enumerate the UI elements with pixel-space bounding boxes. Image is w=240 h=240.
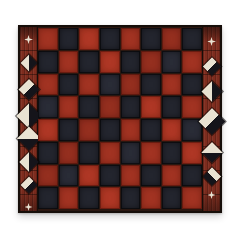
square-h3 (182, 142, 202, 164)
diamond-motif (198, 108, 225, 135)
square-f4 (141, 119, 161, 141)
game-board (18, 25, 222, 213)
right-border-strip (202, 27, 220, 211)
checker-grid (38, 27, 202, 211)
square-c5 (79, 96, 99, 118)
square-e6 (121, 74, 141, 96)
diamond-motif (16, 126, 40, 150)
square-d7 (100, 51, 120, 73)
square-f7 (141, 51, 161, 73)
square-f5 (141, 96, 161, 118)
diamond-motif (19, 152, 39, 172)
diamond-motif (20, 177, 37, 194)
square-a2 (38, 165, 58, 187)
square-h2 (182, 165, 202, 187)
square-g3 (162, 142, 182, 164)
square-d8 (100, 28, 120, 50)
square-a4 (38, 119, 58, 141)
square-a6 (38, 74, 58, 96)
square-c6 (79, 74, 99, 96)
square-e8 (121, 28, 141, 50)
square-g1 (162, 187, 182, 209)
square-g6 (162, 74, 182, 96)
square-d6 (100, 74, 120, 96)
diamond-motif (201, 81, 222, 102)
square-e2 (121, 165, 141, 187)
square-b2 (59, 165, 79, 187)
square-c1 (79, 187, 99, 209)
square-c4 (79, 119, 99, 141)
square-h5 (182, 96, 202, 118)
square-f2 (141, 165, 161, 187)
square-h7 (182, 51, 202, 73)
square-b4 (59, 119, 79, 141)
star-motif (24, 35, 33, 44)
square-g8 (162, 28, 182, 50)
square-b5 (59, 96, 79, 118)
diamond-motif (201, 142, 222, 163)
square-f3 (141, 142, 161, 164)
square-h6 (182, 74, 202, 96)
diamond-motif (202, 57, 220, 75)
star-motif (25, 203, 33, 211)
diamond-motif (202, 167, 220, 185)
square-d5 (100, 96, 120, 118)
square-d3 (100, 142, 120, 164)
square-a8 (38, 28, 58, 50)
square-g5 (162, 96, 182, 118)
star-motif (208, 191, 216, 199)
square-a1 (38, 187, 58, 209)
square-b7 (59, 51, 79, 73)
square-h8 (182, 28, 202, 50)
square-e5 (121, 96, 141, 118)
square-c3 (79, 142, 99, 164)
square-b6 (59, 74, 79, 96)
square-d2 (100, 165, 120, 187)
photo-background (0, 0, 240, 240)
square-e1 (121, 187, 141, 209)
square-f6 (141, 74, 161, 96)
square-h1 (182, 187, 202, 209)
square-b1 (59, 187, 79, 209)
square-f1 (141, 187, 161, 209)
square-a7 (38, 51, 58, 73)
square-e7 (121, 51, 141, 73)
square-e4 (121, 119, 141, 141)
square-d1 (100, 187, 120, 209)
left-border-strip (20, 27, 38, 211)
square-d4 (100, 119, 120, 141)
square-g7 (162, 51, 182, 73)
square-e3 (121, 142, 141, 164)
diamond-motif (18, 79, 39, 100)
square-c8 (79, 28, 99, 50)
square-g4 (162, 119, 182, 141)
square-a5 (38, 96, 58, 118)
square-b8 (59, 28, 79, 50)
square-b3 (59, 142, 79, 164)
square-f8 (141, 28, 161, 50)
star-motif (207, 37, 216, 46)
square-a3 (38, 142, 58, 164)
square-c2 (79, 165, 99, 187)
square-g2 (162, 165, 182, 187)
square-c7 (79, 51, 99, 73)
diamond-motif (20, 55, 37, 72)
